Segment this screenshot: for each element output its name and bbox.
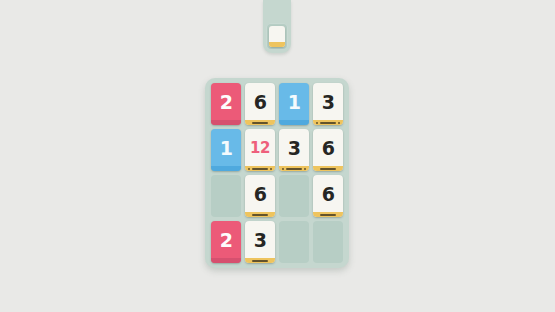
tile-6[interactable]: 6 <box>245 83 275 125</box>
tile-1[interactable]: 1 <box>211 129 241 171</box>
tile-3[interactable]: 3 <box>313 83 343 125</box>
board-cell: 6 <box>245 175 275 217</box>
tile-face-mouth <box>320 122 336 124</box>
tile-value: 2 <box>220 93 233 112</box>
tile-6[interactable]: 6 <box>245 175 275 217</box>
tile-edge <box>211 166 241 171</box>
board-cell: 2 <box>211 221 241 263</box>
board-cell: 3 <box>313 83 343 125</box>
board-cell: 2 <box>211 83 241 125</box>
tile-value: 1 <box>220 139 233 158</box>
tile-face-mouth <box>320 168 336 170</box>
tile-6[interactable]: 6 <box>313 129 343 171</box>
board-cell: 3 <box>245 221 275 263</box>
tile-6[interactable]: 6 <box>313 175 343 217</box>
tile-value: 6 <box>322 185 335 204</box>
tile-face-eye <box>270 168 272 170</box>
board-grid: 2613112366623 <box>211 83 343 263</box>
tile-face-eye <box>282 168 284 170</box>
tile-face-mouth <box>252 122 268 124</box>
tile-face-eye <box>316 122 318 124</box>
tile-value: 3 <box>288 139 301 158</box>
tile-1[interactable]: 1 <box>279 83 309 125</box>
tile-face-mouth <box>320 214 336 216</box>
board-cell <box>279 221 309 263</box>
tile-2[interactable]: 2 <box>211 221 241 263</box>
next-tile-strip <box>263 0 291 53</box>
tile-face-mouth <box>252 214 268 216</box>
board-cell <box>211 175 241 217</box>
board-cell: 1 <box>211 129 241 171</box>
tile-value: 6 <box>254 185 267 204</box>
tile-face-eye <box>338 122 340 124</box>
tile-face-mouth <box>286 168 302 170</box>
board-cell: 6 <box>313 129 343 171</box>
next-tile-card-edge <box>269 42 285 47</box>
board-cell <box>313 221 343 263</box>
tile-edge <box>245 258 275 263</box>
tile-face-mouth <box>252 168 268 170</box>
tile-edge <box>245 120 275 125</box>
next-tile-slot <box>266 23 288 50</box>
tile-edge <box>313 120 343 125</box>
tile-3[interactable]: 3 <box>245 221 275 263</box>
board-cell <box>279 175 309 217</box>
tile-12[interactable]: 12 <box>245 129 275 171</box>
tile-value: 2 <box>220 231 233 250</box>
tile-value: 12 <box>250 141 270 156</box>
tile-value: 6 <box>322 139 335 158</box>
board-cell: 1 <box>279 83 309 125</box>
tile-face-eye <box>304 168 306 170</box>
tile-edge <box>279 166 309 171</box>
game-stage: 2613112366623 <box>0 0 555 312</box>
tile-edge <box>245 166 275 171</box>
tile-edge <box>211 258 241 263</box>
tile-edge <box>211 120 241 125</box>
next-tile-card <box>269 26 285 47</box>
board-cell: 12 <box>245 129 275 171</box>
tile-2[interactable]: 2 <box>211 83 241 125</box>
tile-face-mouth <box>252 260 268 262</box>
tile-value: 3 <box>254 231 267 250</box>
tile-edge <box>313 166 343 171</box>
tile-face-eye <box>248 168 250 170</box>
board-cell: 6 <box>245 83 275 125</box>
tile-value: 3 <box>322 93 335 112</box>
tile-edge <box>279 120 309 125</box>
game-board[interactable]: 2613112366623 <box>205 78 349 268</box>
tile-value: 1 <box>288 93 301 112</box>
board-cell: 6 <box>313 175 343 217</box>
tile-edge <box>313 212 343 217</box>
tile-edge <box>245 212 275 217</box>
board-cell: 3 <box>279 129 309 171</box>
tile-3[interactable]: 3 <box>279 129 309 171</box>
tile-value: 6 <box>254 93 267 112</box>
